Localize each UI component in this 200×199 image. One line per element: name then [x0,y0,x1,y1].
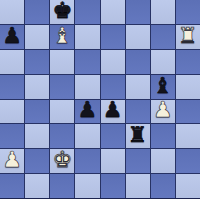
piece-black-pawn[interactable]: ♟ [103,100,123,122]
square-f1[interactable] [126,174,150,198]
square-a8[interactable] [0,0,24,24]
square-a1[interactable] [0,174,24,198]
piece-black-bishop[interactable]: ♝ [153,75,173,97]
square-f8[interactable] [126,0,150,24]
square-d7[interactable] [75,25,99,49]
square-b8[interactable] [25,0,49,24]
square-b7[interactable] [25,25,49,49]
square-h1[interactable] [176,174,200,198]
square-c8[interactable]: ♚ [50,0,74,24]
square-c4[interactable] [50,100,74,124]
piece-white-king[interactable]: ♚ [52,149,72,171]
square-h6[interactable] [176,50,200,74]
square-e7[interactable] [101,25,125,49]
square-e6[interactable] [101,50,125,74]
square-a3[interactable] [0,124,24,148]
square-h5[interactable] [176,75,200,99]
square-c6[interactable] [50,50,74,74]
square-g1[interactable] [151,174,175,198]
square-g7[interactable] [151,25,175,49]
square-e2[interactable] [101,149,125,173]
square-e4[interactable]: ♟ [101,100,125,124]
piece-white-bishop[interactable]: ♝ [52,25,72,47]
square-b2[interactable] [25,149,49,173]
piece-white-pawn[interactable]: ♟ [153,100,173,122]
square-f7[interactable] [126,25,150,49]
square-h7[interactable]: ♜ [176,25,200,49]
square-g3[interactable] [151,124,175,148]
square-f5[interactable] [126,75,150,99]
square-f6[interactable] [126,50,150,74]
square-f2[interactable] [126,149,150,173]
square-b3[interactable] [25,124,49,148]
square-e5[interactable] [101,75,125,99]
square-d4[interactable]: ♟ [75,100,99,124]
square-c7[interactable]: ♝ [50,25,74,49]
square-f3[interactable]: ♜ [126,124,150,148]
square-d8[interactable] [75,0,99,24]
square-g6[interactable] [151,50,175,74]
square-a2[interactable]: ♟ [0,149,24,173]
piece-black-pawn[interactable]: ♟ [2,25,22,47]
square-e1[interactable] [101,174,125,198]
square-h2[interactable] [176,149,200,173]
piece-white-rook[interactable]: ♜ [178,25,198,47]
square-g2[interactable] [151,149,175,173]
square-a4[interactable] [0,100,24,124]
square-g4[interactable]: ♟ [151,100,175,124]
square-d1[interactable] [75,174,99,198]
square-e8[interactable] [101,0,125,24]
square-c3[interactable] [50,124,74,148]
square-c5[interactable] [50,75,74,99]
square-d3[interactable] [75,124,99,148]
square-h4[interactable] [176,100,200,124]
square-c2[interactable]: ♚ [50,149,74,173]
square-d5[interactable] [75,75,99,99]
square-b4[interactable] [25,100,49,124]
square-b1[interactable] [25,174,49,198]
square-g5[interactable]: ♝ [151,75,175,99]
piece-black-pawn[interactable]: ♟ [78,100,98,122]
chess-board: ♚♟♝♜♝♟♟♟♜♟♚ [0,0,200,199]
square-h3[interactable] [176,124,200,148]
square-g8[interactable] [151,0,175,24]
piece-black-king[interactable]: ♚ [52,0,72,22]
square-c1[interactable] [50,174,74,198]
square-d2[interactable] [75,149,99,173]
piece-white-pawn[interactable]: ♟ [2,149,22,171]
square-a5[interactable] [0,75,24,99]
square-b6[interactable] [25,50,49,74]
square-f4[interactable] [126,100,150,124]
square-d6[interactable] [75,50,99,74]
square-h8[interactable] [176,0,200,24]
square-b5[interactable] [25,75,49,99]
square-e3[interactable] [101,124,125,148]
piece-black-rook[interactable]: ♜ [128,124,148,146]
square-a6[interactable] [0,50,24,74]
square-a7[interactable]: ♟ [0,25,24,49]
